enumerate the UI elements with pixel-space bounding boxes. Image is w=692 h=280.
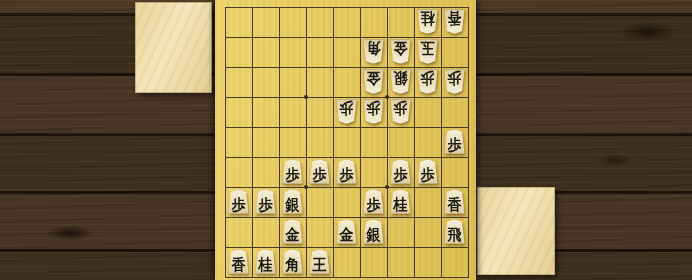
koma-body: 金 [390, 39, 411, 64]
square-2e[interactable] [414, 127, 441, 157]
piece-kanji: 歩 [448, 131, 462, 151]
star-point [304, 185, 308, 189]
square-6e[interactable] [306, 127, 333, 157]
star-point [304, 95, 308, 99]
piece-kanji: 香 [232, 251, 246, 271]
square-2h[interactable] [414, 217, 441, 247]
koma-body: 金 [282, 219, 303, 244]
square-5a[interactable] [333, 7, 360, 37]
piece-kanji: 歩 [259, 191, 273, 211]
square-6g[interactable] [306, 187, 333, 217]
koma-body: 銀 [390, 69, 411, 94]
square-2d[interactable] [414, 97, 441, 127]
koma-body: 歩 [390, 99, 411, 124]
piece-kanji: 香 [448, 191, 462, 211]
square-4e[interactable] [360, 127, 387, 157]
shogi-photo-scene: 桂香角金玉金銀歩歩歩歩歩歩歩歩歩歩歩歩歩銀歩桂香金金銀飛香桂角王 [0, 0, 692, 280]
piece-kanji: 桂 [259, 251, 273, 271]
koma-body: 歩 [336, 99, 357, 124]
koma-body: 歩 [228, 189, 249, 214]
right-piece-stand [477, 187, 555, 275]
square-7a[interactable] [279, 7, 306, 37]
square-9h[interactable] [225, 217, 252, 247]
square-5c[interactable] [333, 67, 360, 97]
star-point [385, 95, 389, 99]
piece-kanji: 王 [313, 251, 327, 271]
square-4a[interactable] [360, 7, 387, 37]
piece-kanji: 角 [286, 251, 300, 271]
piece-kanji: 銀 [286, 191, 300, 211]
koma-body: 歩 [417, 159, 438, 184]
square-3e[interactable] [387, 127, 414, 157]
koma-body: 飛 [444, 219, 465, 244]
piece-kanji: 桂 [394, 191, 408, 211]
square-8d[interactable] [252, 97, 279, 127]
koma-body: 桂 [390, 189, 411, 214]
square-8a[interactable] [252, 7, 279, 37]
piece-kanji: 角 [367, 41, 381, 61]
star-point [385, 185, 389, 189]
square-5e[interactable] [333, 127, 360, 157]
piece-kanji: 桂 [421, 11, 435, 31]
square-4f[interactable] [360, 157, 387, 187]
piece-kanji: 銀 [367, 221, 381, 241]
piece-kanji: 歩 [448, 71, 462, 91]
square-1i[interactable] [441, 247, 468, 277]
piece-kanji: 歩 [367, 191, 381, 211]
square-4i[interactable] [360, 247, 387, 277]
koma-body: 香 [228, 249, 249, 274]
square-7e[interactable] [279, 127, 306, 157]
piece-kanji: 歩 [340, 101, 354, 121]
koma-body: 歩 [363, 99, 384, 124]
piece-kanji: 歩 [394, 101, 408, 121]
square-6c[interactable] [306, 67, 333, 97]
board-grid: 桂香角金玉金銀歩歩歩歩歩歩歩歩歩歩歩歩歩銀歩桂香金金銀飛香桂角王 [225, 7, 469, 278]
square-5b[interactable] [333, 37, 360, 67]
koma-body: 歩 [309, 159, 330, 184]
piece-kanji: 歩 [394, 161, 408, 181]
koma-body: 歩 [336, 159, 357, 184]
koma-body: 玉 [417, 39, 438, 64]
square-8f[interactable] [252, 157, 279, 187]
piece-kanji: 歩 [421, 161, 435, 181]
square-7c[interactable] [279, 67, 306, 97]
piece-kanji: 歩 [421, 71, 435, 91]
square-3h[interactable] [387, 217, 414, 247]
koma-body: 歩 [282, 159, 303, 184]
koma-body: 王 [309, 249, 330, 274]
piece-kanji: 金 [340, 221, 354, 241]
koma-body: 香 [444, 9, 465, 34]
koma-body: 香 [444, 189, 465, 214]
koma-body: 歩 [444, 69, 465, 94]
left-piece-stand [135, 2, 212, 93]
koma-body: 歩 [255, 189, 276, 214]
koma-body: 銀 [282, 189, 303, 214]
square-5g[interactable] [333, 187, 360, 217]
piece-kanji: 歩 [313, 161, 327, 181]
square-6a[interactable] [306, 7, 333, 37]
koma-body: 金 [336, 219, 357, 244]
square-9a[interactable] [225, 7, 252, 37]
square-9c[interactable] [225, 67, 252, 97]
square-7b[interactable] [279, 37, 306, 67]
piece-kanji: 玉 [421, 41, 435, 61]
koma-body: 角 [363, 39, 384, 64]
piece-kanji: 歩 [286, 161, 300, 181]
square-8h[interactable] [252, 217, 279, 247]
koma-body: 角 [282, 249, 303, 274]
square-2g[interactable] [414, 187, 441, 217]
koma-body: 歩 [417, 69, 438, 94]
piece-kanji: 銀 [394, 71, 408, 91]
square-1f[interactable] [441, 157, 468, 187]
square-1d[interactable] [441, 97, 468, 127]
koma-body: 歩 [444, 129, 465, 154]
koma-body: 桂 [417, 9, 438, 34]
square-5i[interactable] [333, 247, 360, 277]
shogi-board: 桂香角金玉金銀歩歩歩歩歩歩歩歩歩歩歩歩歩銀歩桂香金金銀飛香桂角王 [215, 0, 476, 280]
square-8b[interactable] [252, 37, 279, 67]
square-9b[interactable] [225, 37, 252, 67]
square-7d[interactable] [279, 97, 306, 127]
piece-kanji: 歩 [340, 161, 354, 181]
piece-kanji: 金 [286, 221, 300, 241]
square-9d[interactable] [225, 97, 252, 127]
piece-kanji: 金 [367, 71, 381, 91]
square-2i[interactable] [414, 247, 441, 277]
square-6h[interactable] [306, 217, 333, 247]
square-9e[interactable] [225, 127, 252, 157]
koma-body: 歩 [363, 189, 384, 214]
piece-kanji: 香 [448, 11, 462, 31]
koma-body: 歩 [390, 159, 411, 184]
koma-body: 銀 [363, 219, 384, 244]
square-3i[interactable] [387, 247, 414, 277]
koma-body: 桂 [255, 249, 276, 274]
square-6b[interactable] [306, 37, 333, 67]
koma-body: 金 [363, 69, 384, 94]
square-6d[interactable] [306, 97, 333, 127]
square-9f[interactable] [225, 157, 252, 187]
square-8e[interactable] [252, 127, 279, 157]
piece-kanji: 飛 [448, 221, 462, 241]
square-3a[interactable] [387, 7, 414, 37]
piece-kanji: 歩 [232, 191, 246, 211]
square-1b[interactable] [441, 37, 468, 67]
piece-kanji: 歩 [367, 101, 381, 121]
square-8c[interactable] [252, 67, 279, 97]
piece-kanji: 金 [394, 41, 408, 61]
